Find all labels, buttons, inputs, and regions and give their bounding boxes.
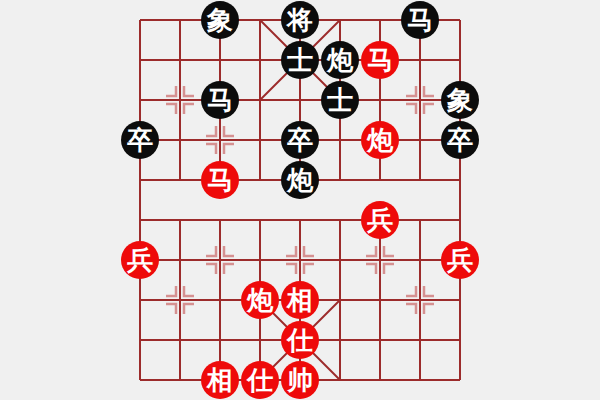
piece-red-cannon[interactable]: 炮 (241, 281, 279, 319)
piece-red-advisor[interactable]: 仕 (281, 321, 319, 359)
piece-red-advisor[interactable]: 仕 (241, 361, 279, 399)
piece-black-soldier[interactable]: 卒 (121, 121, 159, 159)
piece-layer: 象将马士炮马马士象卒卒炮卒马炮兵兵兵炮相仕相仕帅 (120, 0, 480, 400)
piece-black-general[interactable]: 将 (281, 1, 319, 39)
piece-black-soldier[interactable]: 卒 (281, 121, 319, 159)
piece-black-elephant[interactable]: 象 (201, 1, 239, 39)
piece-red-soldier[interactable]: 兵 (121, 241, 159, 279)
piece-red-elephant[interactable]: 相 (201, 361, 239, 399)
piece-red-horse[interactable]: 马 (361, 41, 399, 79)
piece-black-cannon[interactable]: 炮 (281, 161, 319, 199)
piece-black-horse[interactable]: 马 (201, 81, 239, 119)
piece-black-advisor[interactable]: 士 (281, 41, 319, 79)
piece-black-cannon[interactable]: 炮 (321, 41, 359, 79)
piece-red-horse[interactable]: 马 (201, 161, 239, 199)
piece-red-cannon[interactable]: 炮 (361, 121, 399, 159)
piece-red-soldier[interactable]: 兵 (441, 241, 479, 279)
xiangqi-board: 象将马士炮马马士象卒卒炮卒马炮兵兵兵炮相仕相仕帅 (0, 0, 600, 400)
piece-red-general[interactable]: 帅 (281, 361, 319, 399)
piece-black-horse[interactable]: 马 (401, 1, 439, 39)
piece-red-soldier[interactable]: 兵 (361, 201, 399, 239)
piece-black-advisor[interactable]: 士 (321, 81, 359, 119)
piece-red-elephant[interactable]: 相 (281, 281, 319, 319)
piece-black-elephant[interactable]: 象 (441, 81, 479, 119)
piece-black-soldier[interactable]: 卒 (441, 121, 479, 159)
